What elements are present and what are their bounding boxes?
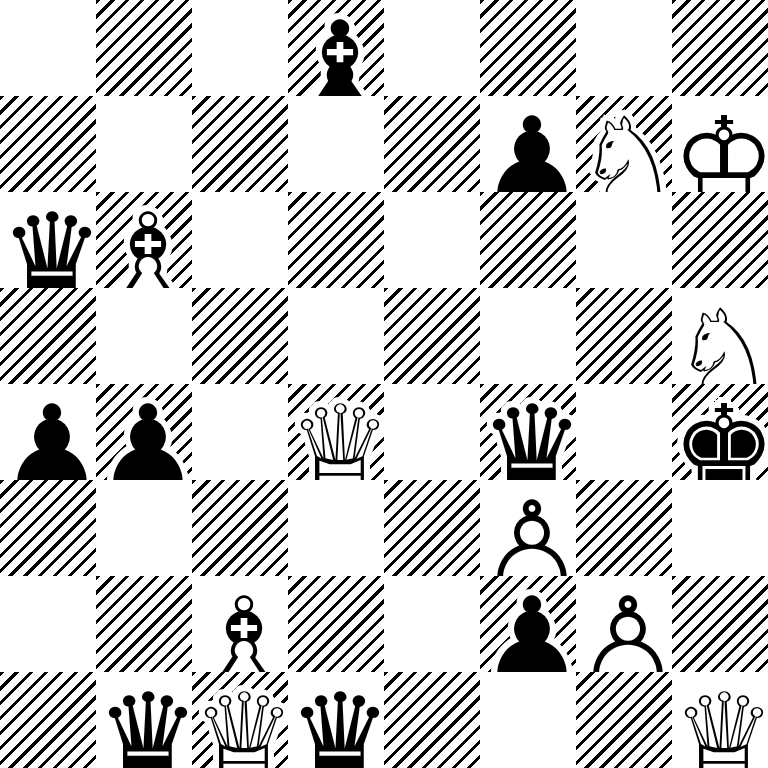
square-c2[interactable]: ♝♗	[192, 576, 288, 672]
square-g6[interactable]	[576, 192, 672, 288]
white-queen[interactable]: ♛♕	[672, 672, 768, 768]
black-king[interactable]: ♚	[672, 384, 768, 480]
square-g4[interactable]	[576, 384, 672, 480]
square-c4[interactable]	[192, 384, 288, 480]
square-g7[interactable]: ♞♘	[576, 96, 672, 192]
square-c6[interactable]	[192, 192, 288, 288]
square-f5[interactable]	[480, 288, 576, 384]
square-h3[interactable]	[672, 480, 768, 576]
square-d2[interactable]	[288, 576, 384, 672]
square-g2[interactable]: ♟♙	[576, 576, 672, 672]
square-g3[interactable]	[576, 480, 672, 576]
queen-glyph: ♕	[192, 678, 296, 768]
chess-diagram: ♝♟♞♘♚♔♛♝♗♞♘♟♟♛♕♛♚♟♙♝♗♟♟♙♛♛♕♛♛♕	[0, 0, 768, 768]
white-bishop[interactable]: ♝♗	[192, 576, 288, 672]
square-d7[interactable]	[288, 96, 384, 192]
square-b4[interactable]: ♟	[96, 384, 192, 480]
black-pawn[interactable]: ♟	[480, 576, 576, 672]
black-queen[interactable]: ♛	[0, 192, 96, 288]
square-d5[interactable]	[288, 288, 384, 384]
square-f8[interactable]	[480, 0, 576, 96]
white-bishop[interactable]: ♝♗	[96, 192, 192, 288]
square-b3[interactable]	[96, 480, 192, 576]
square-b8[interactable]	[96, 0, 192, 96]
square-d1[interactable]: ♛	[288, 672, 384, 768]
square-h6[interactable]	[672, 192, 768, 288]
white-pawn[interactable]: ♟♙	[480, 480, 576, 576]
square-a7[interactable]	[0, 96, 96, 192]
white-pawn[interactable]: ♟♙	[576, 576, 672, 672]
square-a4[interactable]: ♟	[0, 384, 96, 480]
queen-glyph: ♕	[672, 678, 768, 768]
square-d3[interactable]	[288, 480, 384, 576]
square-f4[interactable]: ♛	[480, 384, 576, 480]
square-d6[interactable]	[288, 192, 384, 288]
square-c1[interactable]: ♛♕	[192, 672, 288, 768]
square-h5[interactable]: ♞♘	[672, 288, 768, 384]
square-g8[interactable]	[576, 0, 672, 96]
square-h2[interactable]	[672, 576, 768, 672]
square-c5[interactable]	[192, 288, 288, 384]
square-e2[interactable]	[384, 576, 480, 672]
black-bishop[interactable]: ♝	[288, 0, 384, 96]
square-c3[interactable]	[192, 480, 288, 576]
square-a2[interactable]	[0, 576, 96, 672]
square-e6[interactable]	[384, 192, 480, 288]
black-queen[interactable]: ♛	[96, 672, 192, 768]
square-h7[interactable]: ♚♔	[672, 96, 768, 192]
square-d4[interactable]: ♛♕	[288, 384, 384, 480]
square-a3[interactable]	[0, 480, 96, 576]
square-f7[interactable]: ♟	[480, 96, 576, 192]
square-b2[interactable]	[96, 576, 192, 672]
black-queen[interactable]: ♛	[480, 384, 576, 480]
square-e3[interactable]	[384, 480, 480, 576]
square-g1[interactable]	[576, 672, 672, 768]
white-king[interactable]: ♚♔	[672, 96, 768, 192]
square-b5[interactable]	[96, 288, 192, 384]
white-queen[interactable]: ♛♕	[192, 672, 288, 768]
square-c7[interactable]	[192, 96, 288, 192]
square-e5[interactable]	[384, 288, 480, 384]
square-c8[interactable]	[192, 0, 288, 96]
black-pawn[interactable]: ♟	[96, 384, 192, 480]
black-pawn[interactable]: ♟	[0, 384, 96, 480]
square-b7[interactable]	[96, 96, 192, 192]
square-g5[interactable]	[576, 288, 672, 384]
square-e7[interactable]	[384, 96, 480, 192]
queen-glyph-fill: ♛	[288, 678, 392, 768]
white-knight[interactable]: ♞♘	[672, 288, 768, 384]
square-a1[interactable]	[0, 672, 96, 768]
chess-board: ♝♟♞♘♚♔♛♝♗♞♘♟♟♛♕♛♚♟♙♝♗♟♟♙♛♛♕♛♛♕	[0, 0, 768, 768]
black-pawn[interactable]: ♟	[480, 96, 576, 192]
square-e4[interactable]	[384, 384, 480, 480]
square-d8[interactable]: ♝	[288, 0, 384, 96]
square-h8[interactable]	[672, 0, 768, 96]
square-e1[interactable]	[384, 672, 480, 768]
square-f1[interactable]	[480, 672, 576, 768]
queen-glyph-fill: ♛	[96, 678, 200, 768]
square-b6[interactable]: ♝♗	[96, 192, 192, 288]
square-b1[interactable]: ♛	[96, 672, 192, 768]
square-h1[interactable]: ♛♕	[672, 672, 768, 768]
white-knight[interactable]: ♞♘	[576, 96, 672, 192]
square-f2[interactable]: ♟	[480, 576, 576, 672]
square-e8[interactable]	[384, 0, 480, 96]
black-queen[interactable]: ♛	[288, 672, 384, 768]
square-a5[interactable]	[0, 288, 96, 384]
square-f6[interactable]	[480, 192, 576, 288]
white-queen[interactable]: ♛♕	[288, 384, 384, 480]
square-h4[interactable]: ♚	[672, 384, 768, 480]
square-a6[interactable]: ♛	[0, 192, 96, 288]
square-a8[interactable]	[0, 0, 96, 96]
square-f3[interactable]: ♟♙	[480, 480, 576, 576]
